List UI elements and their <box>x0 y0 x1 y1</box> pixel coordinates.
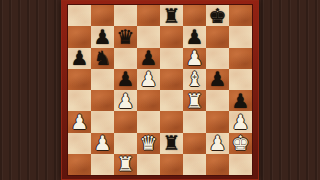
square-g1[interactable] <box>206 154 229 175</box>
black-pawn: ♟ <box>94 26 112 46</box>
white-king: ♚ <box>232 133 250 153</box>
square-c3[interactable] <box>114 111 137 132</box>
square-b4[interactable] <box>91 90 114 111</box>
square-c5[interactable]: ♟ <box>114 69 137 90</box>
square-f2[interactable] <box>183 133 206 154</box>
square-d1[interactable] <box>137 154 160 175</box>
square-b8[interactable] <box>91 5 114 26</box>
square-e1[interactable] <box>160 154 183 175</box>
black-pawn: ♟ <box>209 69 227 89</box>
white-rook: ♜ <box>117 154 135 174</box>
square-b5[interactable] <box>91 69 114 90</box>
square-g7[interactable] <box>206 26 229 47</box>
black-pawn: ♟ <box>232 90 250 110</box>
square-d5[interactable]: ♟ <box>137 69 160 90</box>
black-pawn: ♟ <box>117 69 135 89</box>
square-c4[interactable]: ♟ <box>114 90 137 111</box>
white-queen: ♛ <box>140 133 158 153</box>
square-a3[interactable]: ♟ <box>68 111 91 132</box>
white-rook: ♜ <box>186 90 204 110</box>
square-e5[interactable] <box>160 69 183 90</box>
black-pawn: ♟ <box>186 26 204 46</box>
square-d3[interactable] <box>137 111 160 132</box>
square-h8[interactable] <box>229 5 252 26</box>
white-pawn: ♟ <box>209 133 227 153</box>
square-d2[interactable]: ♛ <box>137 133 160 154</box>
square-c7[interactable]: ♛ <box>114 26 137 47</box>
square-h5[interactable] <box>229 69 252 90</box>
square-f1[interactable] <box>183 154 206 175</box>
black-pawn: ♟ <box>71 48 89 68</box>
square-h7[interactable] <box>229 26 252 47</box>
square-a1[interactable] <box>68 154 91 175</box>
white-pawn: ♟ <box>94 133 112 153</box>
square-f5[interactable]: ♝ <box>183 69 206 90</box>
video-frame: ♜♚♟♛♟♟♞♟♟♟♟♝♟♟♜♟♟♟♟♛♜♟♚♜ <box>0 0 320 180</box>
square-f6[interactable]: ♟ <box>183 48 206 69</box>
white-pawn: ♟ <box>140 69 158 89</box>
square-b1[interactable] <box>91 154 114 175</box>
square-g6[interactable] <box>206 48 229 69</box>
square-a6[interactable]: ♟ <box>68 48 91 69</box>
square-h4[interactable]: ♟ <box>229 90 252 111</box>
black-queen: ♛ <box>117 26 135 46</box>
square-a7[interactable] <box>68 26 91 47</box>
square-h1[interactable] <box>229 154 252 175</box>
square-e6[interactable] <box>160 48 183 69</box>
square-d6[interactable]: ♟ <box>137 48 160 69</box>
square-e3[interactable] <box>160 111 183 132</box>
square-a2[interactable] <box>68 133 91 154</box>
black-knight: ♞ <box>94 48 112 68</box>
board-frame: ♜♚♟♛♟♟♞♟♟♟♟♝♟♟♜♟♟♟♟♛♜♟♚♜ <box>61 0 259 180</box>
black-rook: ♜ <box>163 5 181 25</box>
square-h2[interactable]: ♚ <box>229 133 252 154</box>
square-g5[interactable]: ♟ <box>206 69 229 90</box>
square-g2[interactable]: ♟ <box>206 133 229 154</box>
square-e8[interactable]: ♜ <box>160 5 183 26</box>
white-pawn: ♟ <box>71 111 89 131</box>
square-g8[interactable]: ♚ <box>206 5 229 26</box>
square-e4[interactable] <box>160 90 183 111</box>
white-pawn: ♟ <box>186 48 204 68</box>
black-king: ♚ <box>209 5 227 25</box>
square-b2[interactable]: ♟ <box>91 133 114 154</box>
white-pawn: ♟ <box>232 111 250 131</box>
square-b3[interactable] <box>91 111 114 132</box>
square-c8[interactable] <box>114 5 137 26</box>
square-a4[interactable] <box>68 90 91 111</box>
chess-board: ♜♚♟♛♟♟♞♟♟♟♟♝♟♟♜♟♟♟♟♛♜♟♚♜ <box>68 5 252 175</box>
square-g4[interactable] <box>206 90 229 111</box>
square-h3[interactable]: ♟ <box>229 111 252 132</box>
square-a5[interactable] <box>68 69 91 90</box>
square-f3[interactable] <box>183 111 206 132</box>
black-pawn: ♟ <box>140 48 158 68</box>
black-rook: ♜ <box>163 133 181 153</box>
square-e2[interactable]: ♜ <box>160 133 183 154</box>
square-c2[interactable] <box>114 133 137 154</box>
square-h6[interactable] <box>229 48 252 69</box>
square-g3[interactable] <box>206 111 229 132</box>
square-d7[interactable] <box>137 26 160 47</box>
white-bishop: ♝ <box>186 69 204 89</box>
square-b7[interactable]: ♟ <box>91 26 114 47</box>
white-pawn: ♟ <box>117 90 135 110</box>
square-f8[interactable] <box>183 5 206 26</box>
square-f7[interactable]: ♟ <box>183 26 206 47</box>
square-d8[interactable] <box>137 5 160 26</box>
square-a8[interactable] <box>68 5 91 26</box>
square-d4[interactable] <box>137 90 160 111</box>
square-c1[interactable]: ♜ <box>114 154 137 175</box>
square-c6[interactable] <box>114 48 137 69</box>
square-f4[interactable]: ♜ <box>183 90 206 111</box>
square-b6[interactable]: ♞ <box>91 48 114 69</box>
square-e7[interactable] <box>160 26 183 47</box>
